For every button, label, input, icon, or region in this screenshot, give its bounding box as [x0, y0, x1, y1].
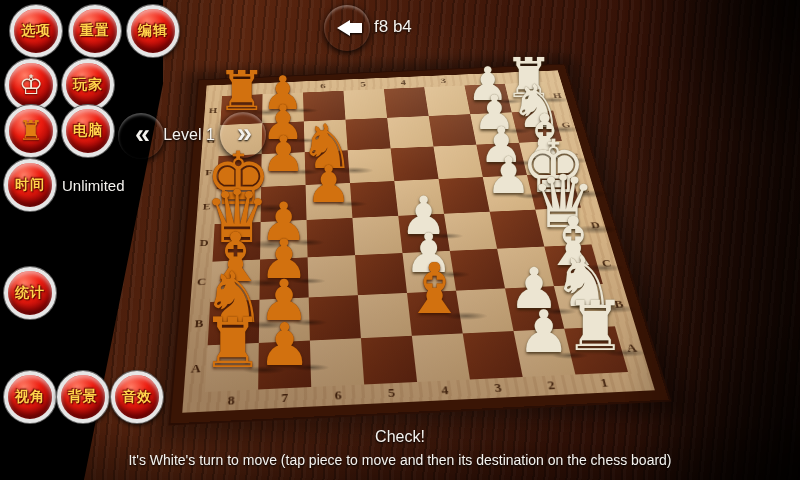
background-label: 背景: [68, 388, 98, 406]
turn-instruction: It's White's turn to move (tap piece to …: [0, 452, 800, 468]
square-g4[interactable]: [387, 116, 433, 148]
square-c5[interactable]: [355, 253, 407, 295]
white-king-icon: ♔: [19, 72, 43, 99]
square-h3[interactable]: [424, 85, 470, 115]
computer-button[interactable]: 电脑: [62, 105, 114, 157]
reset-button[interactable]: 重置: [69, 5, 121, 57]
edit-label: 编辑: [138, 22, 168, 40]
piece-black-rook-a8[interactable]: ♜: [232, 370, 294, 439]
time-value: Unlimited: [62, 177, 125, 194]
computer-side-button[interactable]: ♜: [5, 105, 57, 157]
piece-black-bishop-b4[interactable]: ♝: [434, 316, 497, 386]
background-button[interactable]: 背景: [57, 371, 109, 423]
view-label: 视角: [15, 388, 45, 406]
player-button[interactable]: 玩家: [62, 59, 114, 111]
view-button[interactable]: 视角: [4, 371, 56, 423]
coordinate-label: 4: [383, 76, 425, 89]
reset-label: 重置: [80, 22, 110, 40]
stats-label: 统计: [15, 284, 45, 302]
stats-button[interactable]: 统计: [4, 267, 56, 319]
piece-white-rook-a1[interactable]: ♜: [596, 353, 658, 422]
coordinate-label: 5: [343, 78, 384, 91]
computer-label: 电脑: [73, 122, 103, 140]
check-status: Check!: [0, 428, 800, 446]
square-g3[interactable]: [429, 114, 477, 146]
square-h4[interactable]: [384, 87, 429, 118]
square-f3[interactable]: [433, 145, 482, 179]
coordinate-label: 3: [422, 74, 464, 87]
time-button[interactable]: 时间: [4, 159, 56, 211]
coordinate-label: 6: [303, 80, 344, 93]
edit-button[interactable]: 编辑: [127, 5, 179, 57]
sound-label: 音效: [122, 388, 152, 406]
sound-button[interactable]: 音效: [111, 371, 163, 423]
options-label: 选项: [21, 22, 51, 40]
chevron-left-icon: «: [135, 121, 147, 148]
piece-white-pawn-a2[interactable]: ♟: [544, 355, 597, 414]
chess-app-screen: 8877665544332211HHGGFFEEDDCCBBAA ♜♞♝♛♚♝♞…: [0, 0, 800, 480]
options-button[interactable]: 选项: [10, 5, 62, 57]
back-arrow-icon: [337, 20, 350, 36]
coordinate-label: 5: [364, 382, 419, 404]
orange-rook-icon: ♜: [19, 118, 43, 145]
piece-black-pawn-e6[interactable]: ♟: [329, 204, 375, 255]
last-move-text: f8 b4: [374, 17, 412, 37]
square-a5[interactable]: [361, 336, 417, 385]
undo-move-button[interactable]: [324, 5, 370, 51]
player-side-button[interactable]: ♔: [5, 59, 57, 111]
square-f4[interactable]: [391, 147, 439, 181]
time-label: 时间: [15, 176, 45, 194]
player-label: 玩家: [73, 76, 103, 94]
